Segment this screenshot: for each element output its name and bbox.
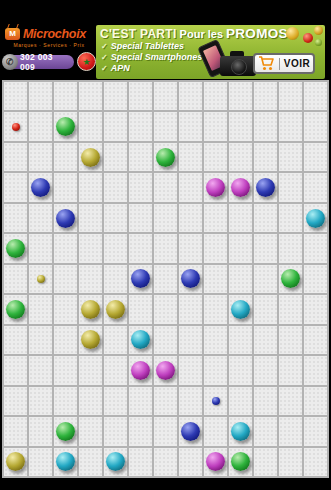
blue-ball[interactable] [256, 178, 275, 197]
board-cell[interactable] [304, 112, 329, 142]
board-cell[interactable] [4, 326, 29, 356]
board-cell[interactable] [254, 112, 279, 142]
board-cell[interactable] [104, 143, 129, 173]
board-cell[interactable] [204, 295, 229, 325]
board-cell[interactable] [154, 326, 179, 356]
board-cell[interactable] [29, 448, 54, 478]
board-cell[interactable] [129, 234, 154, 264]
board-cell[interactable] [54, 173, 79, 203]
board-cell[interactable] [29, 295, 54, 325]
logo-letter: M [9, 30, 16, 38]
board-cell[interactable] [279, 112, 304, 142]
board-cell[interactable] [154, 112, 179, 142]
board-cell[interactable] [179, 356, 204, 386]
board-cell[interactable] [104, 173, 129, 203]
headline-mid: Pour les [180, 28, 223, 40]
board-cell[interactable] [29, 204, 54, 234]
feature-label: Special Smartphones [111, 52, 203, 63]
board-cell[interactable] [129, 265, 154, 295]
board-cell[interactable] [304, 265, 329, 295]
morocco-flag-badge: ★ [77, 52, 96, 71]
magenta-ball[interactable] [131, 361, 150, 380]
board-cell[interactable] [79, 295, 104, 325]
yellow-ball[interactable] [81, 330, 100, 349]
yellow-ball[interactable] [81, 300, 100, 319]
feature-item-apn: ✓ APN [101, 63, 202, 74]
board-cell[interactable] [279, 356, 304, 386]
red-bauble-icon [303, 33, 313, 43]
blue-ball[interactable] [131, 269, 150, 288]
board-cell[interactable] [304, 326, 329, 356]
magenta-ball[interactable] [206, 452, 225, 471]
board-cell[interactable] [104, 82, 129, 112]
board-cell[interactable] [254, 173, 279, 203]
board-cell[interactable] [79, 265, 104, 295]
feature-item-smartphones: ✓ Special Smartphones [101, 52, 202, 63]
board-cell[interactable] [179, 265, 204, 295]
cart-icon [258, 56, 275, 71]
board-cell[interactable] [179, 295, 204, 325]
magenta-ball[interactable] [156, 361, 175, 380]
green-ball[interactable] [6, 300, 25, 319]
board-cell[interactable] [54, 326, 79, 356]
board-cell[interactable] [254, 143, 279, 173]
board-cell[interactable] [104, 356, 129, 386]
board-cell[interactable] [254, 417, 279, 447]
board-cell[interactable] [4, 356, 29, 386]
game-board[interactable] [2, 80, 329, 478]
board-cell[interactable] [179, 417, 204, 447]
board-cell[interactable] [129, 204, 154, 234]
board-cell[interactable] [54, 417, 79, 447]
board-cell[interactable] [129, 143, 154, 173]
board-cell[interactable] [154, 417, 179, 447]
board-cell[interactable] [229, 265, 254, 295]
board-cell[interactable] [229, 204, 254, 234]
board-cell[interactable] [304, 448, 329, 478]
board-cell[interactable] [54, 82, 79, 112]
board-cell[interactable] [204, 356, 229, 386]
board-cell[interactable] [29, 417, 54, 447]
board-cell[interactable] [54, 143, 79, 173]
board-cell[interactable] [304, 143, 329, 173]
board-cell[interactable] [179, 143, 204, 173]
board-cell[interactable] [104, 417, 129, 447]
board-cell[interactable] [304, 82, 329, 112]
board-cell[interactable] [54, 112, 79, 142]
board-cell[interactable] [129, 356, 154, 386]
board-cell[interactable] [179, 173, 204, 203]
board-cell[interactable] [179, 326, 204, 356]
board-cell[interactable] [104, 204, 129, 234]
green-ball[interactable] [56, 117, 75, 136]
board-cell[interactable] [204, 143, 229, 173]
board-cell[interactable] [279, 387, 304, 417]
board-cell[interactable] [4, 295, 29, 325]
board-cell[interactable] [204, 387, 229, 417]
board-cell[interactable] [229, 295, 254, 325]
phone-number-pill: ✆ 302 003 009 [4, 55, 74, 69]
board-cell[interactable] [254, 82, 279, 112]
gold-bauble-icon [286, 27, 299, 40]
green-ball[interactable] [231, 452, 250, 471]
board-cell[interactable] [154, 234, 179, 264]
board-cell[interactable] [104, 326, 129, 356]
board-cell[interactable] [79, 356, 104, 386]
board-cell[interactable] [179, 82, 204, 112]
feature-list: ✓ Special Tablettes ✓ Special Smartphone… [101, 41, 202, 74]
blue-ball[interactable] [31, 178, 50, 197]
board-cell[interactable] [254, 448, 279, 478]
board-cell[interactable] [279, 173, 304, 203]
board-cell[interactable] [104, 112, 129, 142]
blue-ball[interactable] [181, 269, 200, 288]
board-cell[interactable] [104, 387, 129, 417]
board-cell[interactable] [304, 204, 329, 234]
board-cell[interactable] [129, 326, 154, 356]
board-cell[interactable] [254, 234, 279, 264]
board-cell[interactable] [279, 265, 304, 295]
board-cell[interactable] [79, 173, 104, 203]
board-cell[interactable] [204, 265, 229, 295]
board-cell[interactable] [304, 234, 329, 264]
yellow-ball[interactable] [81, 148, 100, 167]
board-cell[interactable] [204, 82, 229, 112]
board-cell[interactable] [154, 143, 179, 173]
cyan-ball[interactable] [231, 422, 250, 441]
board-cell[interactable] [279, 143, 304, 173]
board-cell[interactable] [154, 265, 179, 295]
board-cell[interactable] [79, 82, 104, 112]
board-cell[interactable] [4, 234, 29, 264]
board-cell[interactable] [54, 448, 79, 478]
advertiser-logo-block[interactable]: M Microchoix Marques · Services · Prix ✆… [2, 25, 96, 79]
green-ball[interactable] [6, 239, 25, 258]
board-cell[interactable] [229, 356, 254, 386]
board-cell[interactable] [29, 356, 54, 386]
board-cell[interactable] [279, 295, 304, 325]
board-cell[interactable] [179, 204, 204, 234]
board-cell[interactable] [104, 265, 129, 295]
board-cell[interactable] [79, 387, 104, 417]
feature-label: Special Tablettes [111, 41, 184, 52]
board-cell[interactable] [204, 326, 229, 356]
board-cell[interactable] [254, 387, 279, 417]
green-ball[interactable] [56, 422, 75, 441]
feature-label: APN [111, 63, 130, 74]
voir-button[interactable]: VOIR [253, 53, 315, 74]
phone-number: 302 003 009 [20, 52, 68, 72]
headline-lead: C'EST PARTI [100, 27, 177, 41]
board-cell[interactable] [179, 448, 204, 478]
board-cell[interactable] [4, 265, 29, 295]
board-cell[interactable] [279, 234, 304, 264]
board-cell[interactable] [229, 417, 254, 447]
board-cell[interactable] [254, 356, 279, 386]
board-cell[interactable] [229, 173, 254, 203]
green-ball[interactable] [281, 269, 300, 288]
board-cell[interactable] [154, 295, 179, 325]
board-cell[interactable] [54, 204, 79, 234]
board-cell[interactable] [254, 326, 279, 356]
camera-image [220, 51, 256, 76]
board-cell[interactable] [4, 112, 29, 142]
board-cell[interactable] [4, 173, 29, 203]
board-cell[interactable] [29, 173, 54, 203]
magenta-ball[interactable] [231, 178, 250, 197]
board-cell[interactable] [54, 265, 79, 295]
board-cell[interactable] [229, 448, 254, 478]
button-divider [279, 58, 280, 70]
board-cell[interactable] [79, 112, 104, 142]
board-cell[interactable] [4, 387, 29, 417]
ad-banner[interactable]: M Microchoix Marques · Services · Prix ✆… [2, 25, 325, 79]
board-cell[interactable] [29, 143, 54, 173]
board-cell[interactable] [279, 448, 304, 478]
cyan-ball[interactable] [231, 300, 250, 319]
microchoix-logo-icon: M [5, 28, 20, 40]
yellow-ball[interactable] [6, 452, 25, 471]
board-cell[interactable] [54, 356, 79, 386]
phone-row: ✆ 302 003 009 ★ [2, 52, 96, 71]
board-cell[interactable] [154, 204, 179, 234]
board-cell[interactable] [54, 234, 79, 264]
board-cell[interactable] [229, 234, 254, 264]
voir-label: VOIR [284, 58, 310, 69]
yellow-ball[interactable] [106, 300, 125, 319]
board-cell[interactable] [154, 173, 179, 203]
board-cell[interactable] [104, 234, 129, 264]
board-cell[interactable] [4, 143, 29, 173]
board-cell[interactable] [129, 448, 154, 478]
cyan-ball[interactable] [306, 209, 325, 228]
board-cell[interactable] [229, 326, 254, 356]
board-cell[interactable] [29, 112, 54, 142]
board-cell[interactable] [179, 387, 204, 417]
blue-ball[interactable] [56, 209, 75, 228]
board-cell[interactable] [29, 82, 54, 112]
board-cell[interactable] [54, 387, 79, 417]
logo-row: M Microchoix [2, 25, 96, 41]
board-cell[interactable] [79, 417, 104, 447]
board-cell[interactable] [204, 234, 229, 264]
board-cell[interactable] [279, 82, 304, 112]
brand-tagline: Marques · Services · Prix [2, 42, 96, 48]
board-cell[interactable] [154, 448, 179, 478]
board-cell[interactable] [179, 112, 204, 142]
board-cell[interactable] [304, 387, 329, 417]
board-cell[interactable] [54, 295, 79, 325]
board-cell[interactable] [179, 234, 204, 264]
board-cell[interactable] [79, 234, 104, 264]
board-cell[interactable] [279, 204, 304, 234]
green-bauble-icon [315, 39, 322, 46]
board-cell[interactable] [304, 173, 329, 203]
board-cell[interactable] [204, 112, 229, 142]
board-cell[interactable] [154, 82, 179, 112]
blue-ball[interactable] [181, 422, 200, 441]
feature-item-tablettes: ✓ Special Tablettes [101, 41, 202, 52]
app-screen: M Microchoix Marques · Services · Prix ✆… [0, 0, 331, 490]
board-cell[interactable] [79, 448, 104, 478]
board-cell[interactable] [129, 387, 154, 417]
board-cell[interactable] [4, 448, 29, 478]
board-cell[interactable] [29, 387, 54, 417]
promo-ad[interactable]: C'EST PARTI Pour les PROMOS ! ✓ Special … [96, 25, 325, 79]
board-cell[interactable] [229, 112, 254, 142]
gold-bauble-icon [314, 26, 323, 35]
camera-lens-icon [231, 59, 247, 75]
board-cell[interactable] [204, 448, 229, 478]
board-cell[interactable] [254, 265, 279, 295]
cyan-ball[interactable] [106, 452, 125, 471]
board-cell[interactable] [204, 417, 229, 447]
yellow-next-ball [37, 275, 45, 283]
board-cell[interactable] [129, 417, 154, 447]
board-cell[interactable] [29, 326, 54, 356]
board-cell[interactable] [4, 417, 29, 447]
board-cell[interactable] [129, 112, 154, 142]
board-cell[interactable] [129, 295, 154, 325]
board-cell[interactable] [29, 265, 54, 295]
board-cell[interactable] [4, 82, 29, 112]
board-cell[interactable] [204, 173, 229, 203]
board-cell[interactable] [229, 387, 254, 417]
check-icon: ✓ [101, 52, 108, 63]
board-cell[interactable] [129, 173, 154, 203]
board-cell[interactable] [4, 204, 29, 234]
phone-icon: ✆ [2, 54, 18, 70]
board-cell[interactable] [29, 234, 54, 264]
red-next-ball [12, 123, 20, 131]
check-icon: ✓ [101, 41, 108, 52]
board-cell[interactable] [304, 295, 329, 325]
board-cell[interactable] [229, 143, 254, 173]
board-cell[interactable] [104, 448, 129, 478]
board-cell[interactable] [279, 326, 304, 356]
cyan-ball[interactable] [56, 452, 75, 471]
board-cell[interactable] [204, 204, 229, 234]
board-cell[interactable] [129, 82, 154, 112]
board-cell[interactable] [154, 356, 179, 386]
board-cell[interactable] [79, 326, 104, 356]
board-cell[interactable] [79, 204, 104, 234]
cyan-ball[interactable] [131, 330, 150, 349]
board-cell[interactable] [229, 82, 254, 112]
blue-next-ball [212, 397, 220, 405]
board-cell[interactable] [304, 356, 329, 386]
board-cell[interactable] [279, 417, 304, 447]
board-cell[interactable] [254, 295, 279, 325]
board-cell[interactable] [304, 417, 329, 447]
green-ball[interactable] [156, 148, 175, 167]
brand-name: Microchoix [23, 27, 86, 41]
check-icon: ✓ [101, 63, 108, 74]
board-cell[interactable] [79, 143, 104, 173]
board-cell[interactable] [154, 387, 179, 417]
magenta-ball[interactable] [206, 178, 225, 197]
board-cell[interactable] [104, 295, 129, 325]
board-cell[interactable] [254, 204, 279, 234]
